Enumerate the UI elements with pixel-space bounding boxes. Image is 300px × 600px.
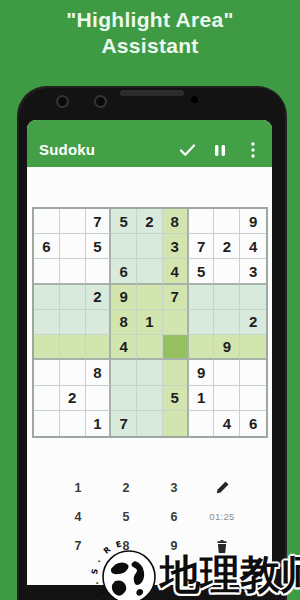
cell-r5-c9[interactable]: 2 <box>240 310 266 335</box>
cell-r9-c3[interactable]: 1 <box>86 411 112 436</box>
cell-r4-c7[interactable] <box>189 285 215 310</box>
sudoku-board: 75289653724645329781249892511746 <box>32 207 268 438</box>
pencil-icon[interactable] <box>198 473 246 502</box>
cell-r6-c1[interactable] <box>34 335 60 360</box>
key-4[interactable]: 4 <box>54 502 102 531</box>
cell-r9-c9[interactable]: 6 <box>240 411 266 436</box>
promo-header: "Highlight Area" Assistant <box>0 7 300 59</box>
phone-frame: Sudoku 75289653724645329781249892511746 … <box>17 86 287 600</box>
key-8[interactable]: 8 <box>102 532 150 561</box>
cell-r4-c3[interactable]: 2 <box>86 285 112 310</box>
promo-header-line1: "Highlight Area" <box>0 7 300 33</box>
cell-r5-c5[interactable]: 1 <box>137 310 163 335</box>
cell-r6-c5[interactable] <box>137 335 163 360</box>
cell-r9-c7[interactable] <box>189 411 215 436</box>
check-icon[interactable] <box>178 141 196 159</box>
game-timer: 01:25 <box>198 502 246 531</box>
front-camera-icon <box>94 95 107 108</box>
cell-r3-c6[interactable]: 4 <box>163 259 189 284</box>
key-2[interactable]: 2 <box>102 473 150 502</box>
cell-r6-c3[interactable] <box>86 335 112 360</box>
cell-r5-c1[interactable] <box>34 310 60 335</box>
cell-r6-c7[interactable] <box>189 335 215 360</box>
cell-r2-c9[interactable]: 4 <box>240 234 266 259</box>
cell-r7-c9[interactable] <box>240 360 266 385</box>
cell-r7-c5[interactable] <box>137 360 163 385</box>
cell-r2-c2[interactable] <box>60 234 86 259</box>
cell-r3-c1[interactable] <box>34 259 60 284</box>
cell-r4-c5[interactable] <box>137 285 163 310</box>
cell-r7-c7[interactable]: 9 <box>189 360 215 385</box>
cell-r2-c7[interactable]: 7 <box>189 234 215 259</box>
cell-r5-c3[interactable] <box>86 310 112 335</box>
app-title: Sudoku <box>39 141 95 158</box>
cell-r1-c6[interactable]: 8 <box>163 209 189 234</box>
cell-r8-c8[interactable] <box>214 386 240 411</box>
cell-r8-c6[interactable]: 5 <box>163 386 189 411</box>
cell-r8-c1[interactable] <box>34 386 60 411</box>
cell-r2-c6[interactable]: 3 <box>163 234 189 259</box>
key-3[interactable]: 3 <box>150 473 198 502</box>
key-1[interactable]: 1 <box>54 473 102 502</box>
cell-r8-c7[interactable]: 1 <box>189 386 215 411</box>
cell-r6-c9[interactable] <box>240 335 266 360</box>
key-7[interactable]: 7 <box>54 532 102 561</box>
promo-header-line2: Assistant <box>0 33 300 59</box>
cell-r6-c2[interactable] <box>60 335 86 360</box>
cell-r4-c8[interactable] <box>214 285 240 310</box>
cell-r9-c6[interactable] <box>163 411 189 436</box>
cell-r3-c4[interactable]: 6 <box>111 259 137 284</box>
cell-r5-c8[interactable] <box>214 310 240 335</box>
cell-r3-c5[interactable] <box>137 259 163 284</box>
cell-r3-c2[interactable] <box>60 259 86 284</box>
proximity-sensor-icon <box>191 96 198 103</box>
cell-r2-c3[interactable]: 5 <box>86 234 112 259</box>
cell-r7-c1[interactable] <box>34 360 60 385</box>
cell-r5-c6[interactable] <box>163 310 189 335</box>
cell-r7-c2[interactable] <box>60 360 86 385</box>
cell-r4-c4[interactable]: 9 <box>111 285 137 310</box>
key-5[interactable]: 5 <box>102 502 150 531</box>
cell-r1-c9[interactable]: 9 <box>240 209 266 234</box>
cell-r1-c2[interactable] <box>60 209 86 234</box>
cell-r7-c8[interactable] <box>214 360 240 385</box>
timer-value: 01:25 <box>209 511 234 522</box>
cell-r8-c3[interactable] <box>86 386 112 411</box>
cell-r1-c7[interactable] <box>189 209 215 234</box>
cell-r9-c5[interactable] <box>137 411 163 436</box>
cell-r6-c6[interactable] <box>163 335 189 360</box>
cell-r9-c8[interactable]: 4 <box>214 411 240 436</box>
cell-r9-c1[interactable] <box>34 411 60 436</box>
cell-r7-c4[interactable] <box>111 360 137 385</box>
speaker-grille <box>120 90 184 96</box>
cell-r8-c4[interactable] <box>111 386 137 411</box>
overflow-menu-icon[interactable] <box>244 141 262 159</box>
cell-r2-c5[interactable] <box>137 234 163 259</box>
cell-r6-c8[interactable]: 9 <box>214 335 240 360</box>
cell-r1-c5[interactable]: 2 <box>137 209 163 234</box>
cell-r3-c9[interactable]: 3 <box>240 259 266 284</box>
cell-r2-c4[interactable] <box>111 234 137 259</box>
cell-r1-c4[interactable]: 5 <box>111 209 137 234</box>
cell-r9-c4[interactable]: 7 <box>111 411 137 436</box>
cell-r4-c1[interactable] <box>34 285 60 310</box>
app-screen: Sudoku 75289653724645329781249892511746 … <box>27 120 272 585</box>
number-keypad: 1 2 3 4 5 6 01:25 7 8 9 <box>54 473 246 561</box>
cell-r5-c7[interactable] <box>189 310 215 335</box>
front-camera-icon <box>56 95 69 108</box>
app-bar: Sudoku <box>27 120 272 167</box>
key-6[interactable]: 6 <box>150 502 198 531</box>
cell-r3-c3[interactable] <box>86 259 112 284</box>
cell-r8-c9[interactable] <box>240 386 266 411</box>
cell-r8-c5[interactable] <box>137 386 163 411</box>
cell-r5-c2[interactable] <box>60 310 86 335</box>
key-9[interactable]: 9 <box>150 532 198 561</box>
cell-r4-c6[interactable]: 7 <box>163 285 189 310</box>
cell-r6-c4[interactable]: 4 <box>111 335 137 360</box>
cell-r7-c3[interactable]: 8 <box>86 360 112 385</box>
cell-r1-c3[interactable]: 7 <box>86 209 112 234</box>
cell-r1-c8[interactable] <box>214 209 240 234</box>
cell-r3-c8[interactable] <box>214 259 240 284</box>
cell-r4-c9[interactable] <box>240 285 266 310</box>
cell-r1-c1[interactable] <box>34 209 60 234</box>
cell-r5-c4[interactable]: 8 <box>111 310 137 335</box>
cell-r8-c2[interactable]: 2 <box>60 386 86 411</box>
cell-r4-c2[interactable] <box>60 285 86 310</box>
cell-r3-c7[interactable]: 5 <box>189 259 215 284</box>
cell-r7-c6[interactable] <box>163 360 189 385</box>
cell-r2-c1[interactable]: 6 <box>34 234 60 259</box>
cell-r2-c8[interactable]: 2 <box>214 234 240 259</box>
trash-icon[interactable] <box>198 532 246 561</box>
pause-icon[interactable] <box>211 141 229 159</box>
cell-r9-c2[interactable] <box>60 411 86 436</box>
